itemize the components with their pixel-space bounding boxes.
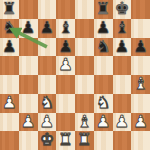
square-h1[interactable] — [131, 131, 150, 150]
piece-black-pawn[interactable]: ♟ — [39, 20, 54, 37]
square-e3[interactable] — [75, 94, 94, 113]
square-d4[interactable] — [56, 75, 75, 94]
square-c1[interactable]: ♚ — [38, 131, 57, 150]
square-e8[interactable] — [75, 0, 94, 19]
square-d3[interactable] — [56, 94, 75, 113]
square-g4[interactable] — [113, 75, 132, 94]
piece-white-king[interactable]: ♚ — [39, 132, 54, 149]
square-d7[interactable]: ♝ — [56, 19, 75, 38]
square-e5[interactable] — [75, 56, 94, 75]
piece-white-pawn[interactable]: ♟ — [2, 95, 17, 112]
piece-white-pawn[interactable]: ♟ — [114, 114, 129, 131]
square-h7[interactable] — [131, 19, 150, 38]
piece-white-rook[interactable]: ♜ — [77, 132, 92, 149]
piece-black-pawn[interactable]: ♟ — [96, 20, 111, 37]
square-b7[interactable]: ♟ — [19, 19, 38, 38]
piece-white-pawn[interactable]: ♟ — [58, 57, 73, 74]
piece-white-pawn[interactable]: ♟ — [133, 114, 148, 131]
piece-white-pawn[interactable]: ♟ — [39, 114, 54, 131]
square-f8[interactable]: ♜ — [94, 0, 113, 19]
square-c5[interactable] — [38, 56, 57, 75]
piece-black-knight[interactable]: ♞ — [96, 39, 111, 56]
square-b2[interactable]: ♟ — [19, 113, 38, 132]
square-a4[interactable] — [0, 75, 19, 94]
square-a8[interactable]: ♜ — [0, 0, 19, 19]
square-b6[interactable] — [19, 38, 38, 57]
square-a7[interactable]: ♞ — [0, 19, 19, 38]
piece-white-bishop[interactable]: ♝ — [77, 114, 92, 131]
piece-black-bishop[interactable]: ♝ — [114, 20, 129, 37]
square-e1[interactable]: ♜ — [75, 131, 94, 150]
square-g6[interactable]: ♟ — [113, 38, 132, 57]
square-f6[interactable]: ♞ — [94, 38, 113, 57]
square-c2[interactable]: ♟ — [38, 113, 57, 132]
piece-black-rook[interactable]: ♜ — [96, 1, 111, 18]
square-f7[interactable]: ♟ — [94, 19, 113, 38]
square-g5[interactable] — [113, 56, 132, 75]
square-a1[interactable] — [0, 131, 19, 150]
square-b5[interactable] — [19, 56, 38, 75]
square-h8[interactable] — [131, 0, 150, 19]
square-c7[interactable]: ♟ — [38, 19, 57, 38]
piece-black-king[interactable]: ♚ — [114, 1, 129, 18]
piece-black-pawn[interactable]: ♟ — [58, 39, 73, 56]
square-a5[interactable] — [0, 56, 19, 75]
square-h5[interactable] — [131, 56, 150, 75]
piece-white-rook[interactable]: ♜ — [58, 132, 73, 149]
chess-board[interactable]: ♜♜♚♞♟♟♝♟♝♟♟♞♟♟♟♝♟♞♞♟♟♝♟♟♟♚♜♜ — [0, 0, 150, 150]
square-c8[interactable] — [38, 0, 57, 19]
square-a3[interactable]: ♟ — [0, 94, 19, 113]
square-f5[interactable] — [94, 56, 113, 75]
square-e2[interactable]: ♝ — [75, 113, 94, 132]
square-a2[interactable] — [0, 113, 19, 132]
square-c3[interactable]: ♞ — [38, 94, 57, 113]
square-b4[interactable] — [19, 75, 38, 94]
square-d2[interactable] — [56, 113, 75, 132]
square-d8[interactable] — [56, 0, 75, 19]
square-e7[interactable] — [75, 19, 94, 38]
piece-white-pawn[interactable]: ♟ — [96, 114, 111, 131]
square-b3[interactable] — [19, 94, 38, 113]
square-f4[interactable] — [94, 75, 113, 94]
piece-black-pawn[interactable]: ♟ — [21, 20, 36, 37]
square-f3[interactable]: ♞ — [94, 94, 113, 113]
square-g2[interactable]: ♟ — [113, 113, 132, 132]
square-h3[interactable] — [131, 94, 150, 113]
square-b1[interactable] — [19, 131, 38, 150]
square-d6[interactable]: ♟ — [56, 38, 75, 57]
square-b8[interactable] — [19, 0, 38, 19]
square-g3[interactable] — [113, 94, 132, 113]
piece-black-pawn[interactable]: ♟ — [2, 39, 17, 56]
piece-black-pawn[interactable]: ♟ — [114, 39, 129, 56]
piece-white-knight[interactable]: ♞ — [39, 95, 54, 112]
square-g1[interactable] — [113, 131, 132, 150]
square-h4[interactable]: ♝ — [131, 75, 150, 94]
square-c4[interactable] — [38, 75, 57, 94]
square-h6[interactable]: ♟ — [131, 38, 150, 57]
square-f1[interactable] — [94, 131, 113, 150]
square-e6[interactable] — [75, 38, 94, 57]
square-d1[interactable]: ♜ — [56, 131, 75, 150]
square-g8[interactable]: ♚ — [113, 0, 132, 19]
piece-black-bishop[interactable]: ♝ — [58, 20, 73, 37]
square-e4[interactable] — [75, 75, 94, 94]
piece-white-knight[interactable]: ♞ — [96, 95, 111, 112]
square-f2[interactable]: ♟ — [94, 113, 113, 132]
square-a6[interactable]: ♟ — [0, 38, 19, 57]
piece-black-knight[interactable]: ♞ — [2, 20, 17, 37]
piece-white-pawn[interactable]: ♟ — [21, 114, 36, 131]
square-g7[interactable]: ♝ — [113, 19, 132, 38]
piece-black-rook[interactable]: ♜ — [2, 1, 17, 18]
square-h2[interactable]: ♟ — [131, 113, 150, 132]
square-c6[interactable] — [38, 38, 57, 57]
square-d5[interactable]: ♟ — [56, 56, 75, 75]
piece-white-bishop[interactable]: ♝ — [133, 76, 148, 93]
piece-black-pawn[interactable]: ♟ — [133, 39, 148, 56]
